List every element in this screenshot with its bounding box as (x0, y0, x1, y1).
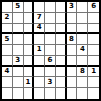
cell-r6c9[interactable] (88, 56, 99, 67)
cell-r3c5[interactable] (45, 24, 56, 35)
cell-r9c3[interactable] (24, 88, 35, 99)
given-digit: 5 (15, 3, 20, 10)
cell-r2c1[interactable]: 2 (2, 13, 13, 24)
cell-r4c8[interactable] (77, 34, 88, 45)
cell-r3c8[interactable] (77, 24, 88, 35)
cell-r3c2[interactable] (13, 24, 24, 35)
cell-r1c4[interactable] (34, 2, 45, 13)
cell-r8c7[interactable] (67, 77, 78, 88)
cell-r9c8[interactable] (77, 88, 88, 99)
cell-r7c9[interactable]: 1 (88, 67, 99, 78)
cell-r1c5[interactable] (45, 2, 56, 13)
given-digit: 8 (69, 36, 74, 43)
cell-r4c7[interactable]: 8 (67, 34, 78, 45)
cell-r5c8[interactable]: 4 (77, 45, 88, 56)
cell-r4c1[interactable]: 5 (2, 34, 13, 45)
cell-r3c7[interactable] (67, 24, 78, 35)
cell-r2c2[interactable] (13, 13, 24, 24)
cell-r7c6[interactable] (56, 67, 67, 78)
given-digit: 3 (69, 3, 74, 10)
cell-r5c3[interactable] (24, 45, 35, 56)
cell-r2c6[interactable] (56, 13, 67, 24)
cell-r7c7[interactable] (67, 67, 78, 78)
cell-r3c6[interactable] (56, 24, 67, 35)
cell-r9c7[interactable] (67, 88, 78, 99)
cell-r8c3[interactable]: 1 (24, 77, 35, 88)
cell-r5c6[interactable] (56, 45, 67, 56)
cell-r5c7[interactable] (67, 45, 78, 56)
given-digit: 8 (80, 68, 85, 75)
cell-r1c3[interactable] (24, 2, 35, 13)
cell-r9c1[interactable] (2, 88, 13, 99)
cell-r3c1[interactable] (2, 24, 13, 35)
given-digit: 4 (4, 68, 9, 75)
cell-r7c5[interactable] (45, 67, 56, 78)
cell-r6c5[interactable]: 6 (45, 56, 56, 67)
cell-r9c4[interactable] (34, 88, 45, 99)
cell-r9c6[interactable] (56, 88, 67, 99)
cell-r8c6[interactable] (56, 77, 67, 88)
cell-r5c4[interactable]: 1 (34, 45, 45, 56)
cell-r1c7[interactable]: 3 (67, 2, 78, 13)
given-digit: 7 (37, 14, 42, 21)
cell-r5c1[interactable] (2, 45, 13, 56)
cell-r3c9[interactable] (88, 24, 99, 35)
cell-r6c1[interactable] (2, 56, 13, 67)
cell-r1c2[interactable]: 5 (13, 2, 24, 13)
cell-r7c8[interactable]: 8 (77, 67, 88, 78)
cell-r8c8[interactable] (77, 77, 88, 88)
cell-r3c3[interactable] (24, 24, 35, 35)
cell-r1c1[interactable] (2, 2, 13, 13)
cell-r6c2[interactable]: 3 (13, 56, 24, 67)
cell-r5c5[interactable] (45, 45, 56, 56)
given-digit: 3 (15, 57, 20, 64)
cell-r8c2[interactable] (13, 77, 24, 88)
given-digit: 1 (91, 68, 96, 75)
cell-r7c3[interactable] (24, 67, 35, 78)
cell-r9c9[interactable] (88, 88, 99, 99)
given-digit: 4 (37, 24, 42, 31)
given-digit: 1 (26, 79, 31, 86)
cell-r4c9[interactable] (88, 34, 99, 45)
cell-r6c4[interactable] (34, 56, 45, 67)
cell-r6c6[interactable] (56, 56, 67, 67)
cell-r8c5[interactable]: 3 (45, 77, 56, 88)
cell-r7c4[interactable] (34, 67, 45, 78)
given-digit: 6 (91, 3, 96, 10)
cell-r8c1[interactable] (2, 77, 13, 88)
given-digit: 3 (48, 79, 53, 86)
cell-r4c3[interactable] (24, 34, 35, 45)
cell-r8c9[interactable] (88, 77, 99, 88)
cell-r9c5[interactable] (45, 88, 56, 99)
cell-r4c6[interactable] (56, 34, 67, 45)
cell-r2c5[interactable] (45, 13, 56, 24)
cell-r5c9[interactable] (88, 45, 99, 56)
cell-r4c4[interactable] (34, 34, 45, 45)
cell-r7c1[interactable]: 4 (2, 67, 13, 78)
given-digit: 2 (4, 14, 9, 21)
given-digit: 5 (4, 36, 9, 43)
cell-r3c4[interactable]: 4 (34, 24, 45, 35)
sudoku-board: 53627458143648113 (0, 0, 101, 101)
cell-r6c8[interactable] (77, 56, 88, 67)
cell-r6c7[interactable] (67, 56, 78, 67)
cell-r1c9[interactable]: 6 (88, 2, 99, 13)
cell-r1c8[interactable] (77, 2, 88, 13)
cell-r4c5[interactable] (45, 34, 56, 45)
cell-r4c2[interactable] (13, 34, 24, 45)
cell-r2c8[interactable] (77, 13, 88, 24)
given-digit: 4 (80, 46, 85, 53)
cell-r6c3[interactable] (24, 56, 35, 67)
cell-r8c4[interactable] (34, 77, 45, 88)
cell-r5c2[interactable] (13, 45, 24, 56)
cell-r7c2[interactable] (13, 67, 24, 78)
cell-r2c7[interactable] (67, 13, 78, 24)
cell-r1c6[interactable] (56, 2, 67, 13)
given-digit: 1 (37, 46, 42, 53)
cell-r2c4[interactable]: 7 (34, 13, 45, 24)
cell-r2c9[interactable] (88, 13, 99, 24)
cell-r2c3[interactable] (24, 13, 35, 24)
cell-r9c2[interactable] (13, 88, 24, 99)
given-digit: 6 (48, 57, 53, 64)
